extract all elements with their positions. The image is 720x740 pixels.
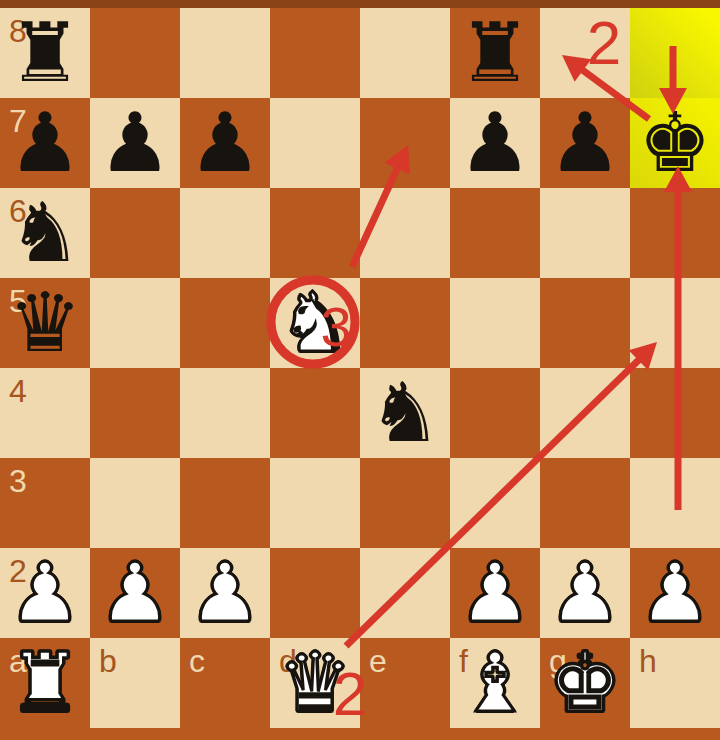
square-d4[interactable] [270, 368, 360, 458]
square-c6[interactable] [180, 188, 270, 278]
square-g7[interactable]: ♟ [540, 98, 630, 188]
square-b5[interactable] [90, 278, 180, 368]
piece-white-knight-d5[interactable]: ♞ [270, 278, 360, 368]
square-f6[interactable] [450, 188, 540, 278]
square-b6[interactable] [90, 188, 180, 278]
square-h4[interactable] [630, 368, 720, 458]
square-d2[interactable] [270, 548, 360, 638]
square-d3[interactable] [270, 458, 360, 548]
square-a6[interactable]: 6♞ [0, 188, 90, 278]
piece-white-queen-d1[interactable]: ♛ [270, 638, 360, 728]
piece-white-rook-a1[interactable]: ♜ [0, 638, 90, 728]
square-g8[interactable] [540, 8, 630, 98]
square-c8[interactable] [180, 8, 270, 98]
top-bar [0, 0, 720, 8]
square-e4[interactable]: ♞ [360, 368, 450, 458]
square-h8[interactable] [630, 8, 720, 98]
rank-label-4: 4 [9, 375, 27, 407]
square-h5[interactable] [630, 278, 720, 368]
piece-white-pawn-b2[interactable]: ♟ [90, 548, 180, 638]
square-c5[interactable] [180, 278, 270, 368]
square-b8[interactable] [90, 8, 180, 98]
bottom-bar [0, 728, 720, 740]
square-e2[interactable] [360, 548, 450, 638]
piece-white-pawn-h2[interactable]: ♟ [630, 548, 720, 638]
square-a7[interactable]: 7♟ [0, 98, 90, 188]
square-b4[interactable] [90, 368, 180, 458]
square-a8[interactable]: 8♜ [0, 8, 90, 98]
square-h2[interactable]: ♟ [630, 548, 720, 638]
square-h3[interactable] [630, 458, 720, 548]
square-b1[interactable]: b [90, 638, 180, 728]
square-c2[interactable]: ♟ [180, 548, 270, 638]
square-f3[interactable] [450, 458, 540, 548]
square-a5[interactable]: 5♛ [0, 278, 90, 368]
piece-white-bishop-f1[interactable]: ♝ [450, 638, 540, 728]
piece-white-pawn-a2[interactable]: ♟ [0, 548, 90, 638]
piece-black-pawn-c7[interactable]: ♟ [180, 98, 270, 188]
square-g6[interactable] [540, 188, 630, 278]
square-e5[interactable] [360, 278, 450, 368]
file-label-e: e [369, 645, 387, 677]
square-e7[interactable] [360, 98, 450, 188]
square-d1[interactable]: d♛ [270, 638, 360, 728]
square-g3[interactable] [540, 458, 630, 548]
piece-black-pawn-b7[interactable]: ♟ [90, 98, 180, 188]
piece-black-rook-f8[interactable]: ♜ [450, 8, 540, 98]
square-f8[interactable]: ♜ [450, 8, 540, 98]
square-h1[interactable]: h [630, 638, 720, 728]
piece-black-queen-a5[interactable]: ♛ [0, 278, 90, 368]
square-g4[interactable] [540, 368, 630, 458]
piece-white-pawn-f2[interactable]: ♟ [450, 548, 540, 638]
piece-white-king-g1[interactable]: ♚ [540, 638, 630, 728]
square-b2[interactable]: ♟ [90, 548, 180, 638]
square-f7[interactable]: ♟ [450, 98, 540, 188]
square-f1[interactable]: f♝ [450, 638, 540, 728]
piece-black-knight-e4[interactable]: ♞ [360, 368, 450, 458]
piece-black-pawn-g7[interactable]: ♟ [540, 98, 630, 188]
square-g2[interactable]: ♟ [540, 548, 630, 638]
file-label-h: h [639, 645, 657, 677]
square-g1[interactable]: g♚ [540, 638, 630, 728]
piece-black-pawn-f7[interactable]: ♟ [450, 98, 540, 188]
square-g5[interactable] [540, 278, 630, 368]
square-e8[interactable] [360, 8, 450, 98]
square-a4[interactable]: 4 [0, 368, 90, 458]
chess-app-screen: 8♜♜7♟♟♟♟♟♚6♞5♛♞4♞32♟♟♟♟♟♟a♜bcd♛ef♝g♚h 23… [0, 0, 720, 740]
square-c4[interactable] [180, 368, 270, 458]
piece-white-pawn-c2[interactable]: ♟ [180, 548, 270, 638]
square-h7[interactable]: ♚ [630, 98, 720, 188]
piece-black-pawn-a7[interactable]: ♟ [0, 98, 90, 188]
square-d6[interactable] [270, 188, 360, 278]
square-f2[interactable]: ♟ [450, 548, 540, 638]
square-a2[interactable]: 2♟ [0, 548, 90, 638]
piece-white-pawn-g2[interactable]: ♟ [540, 548, 630, 638]
square-d7[interactable] [270, 98, 360, 188]
chess-board: 8♜♜7♟♟♟♟♟♚6♞5♛♞4♞32♟♟♟♟♟♟a♜bcd♛ef♝g♚h [0, 8, 720, 728]
file-label-c: c [189, 645, 205, 677]
square-a1[interactable]: a♜ [0, 638, 90, 728]
square-e6[interactable] [360, 188, 450, 278]
square-f4[interactable] [450, 368, 540, 458]
square-e3[interactable] [360, 458, 450, 548]
piece-black-knight-a6[interactable]: ♞ [0, 188, 90, 278]
square-d8[interactable] [270, 8, 360, 98]
square-d5[interactable]: ♞ [270, 278, 360, 368]
square-c7[interactable]: ♟ [180, 98, 270, 188]
piece-black-rook-a8[interactable]: ♜ [0, 8, 90, 98]
file-label-b: b [99, 645, 117, 677]
square-b7[interactable]: ♟ [90, 98, 180, 188]
rank-label-3: 3 [9, 465, 27, 497]
square-a3[interactable]: 3 [0, 458, 90, 548]
square-e1[interactable]: e [360, 638, 450, 728]
square-h6[interactable] [630, 188, 720, 278]
square-c1[interactable]: c [180, 638, 270, 728]
square-c3[interactable] [180, 458, 270, 548]
square-b3[interactable] [90, 458, 180, 548]
square-f5[interactable] [450, 278, 540, 368]
piece-black-king-h7[interactable]: ♚ [630, 98, 720, 188]
